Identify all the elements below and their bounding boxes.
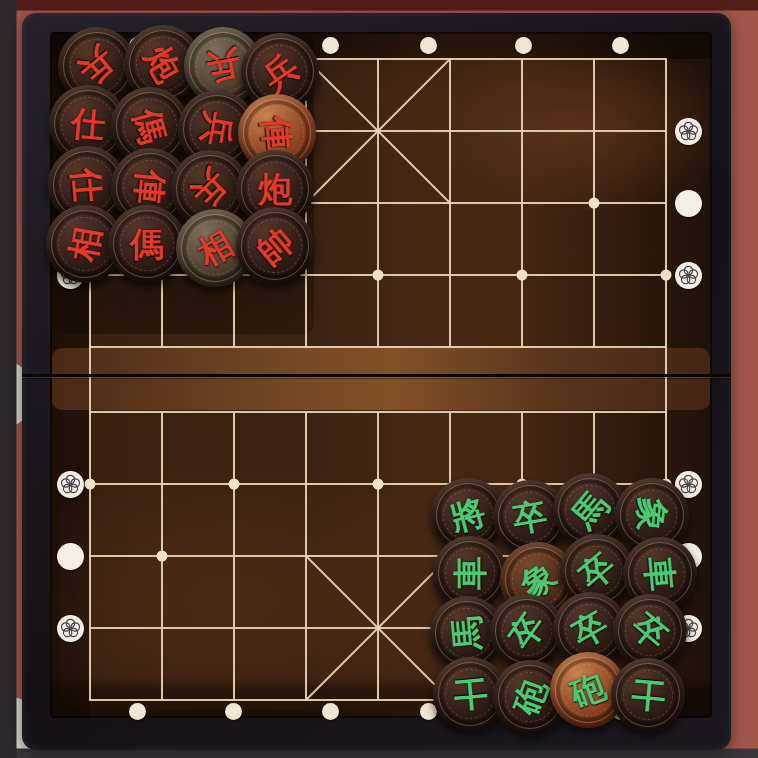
flower-medallion xyxy=(675,262,702,289)
piece-character: 傌 xyxy=(129,105,171,147)
piece-character: 帥 xyxy=(251,222,299,270)
piece-character: 卒 xyxy=(510,497,549,536)
piece-character: 象 xyxy=(634,497,671,534)
piece-character: 卒 xyxy=(573,547,621,595)
piece-character: 砲 xyxy=(566,668,610,712)
board-fold-seam xyxy=(22,374,731,379)
piece-character: 士 xyxy=(452,676,489,713)
piece-red-general[interactable]: 帥 xyxy=(236,207,314,285)
piece-character: 兵 xyxy=(73,42,121,90)
border-dot xyxy=(322,703,339,720)
flower-medallion xyxy=(57,471,84,498)
piece-character: 俥 xyxy=(132,169,169,206)
plain-medallion xyxy=(675,190,702,217)
piece-character: 車 xyxy=(453,556,487,590)
flower-medallion xyxy=(57,615,84,642)
piece-character: 仕 xyxy=(69,167,106,204)
board-photo: 兵炮兵兵仕傌兵俥仕俥兵炮相傌相帥將卒馬象車象卒車馬卒卒卒士砲砲士 xyxy=(0,0,758,758)
border-dot xyxy=(612,37,629,54)
piece-character: 士 xyxy=(630,677,667,714)
piece-character: 砲 xyxy=(508,675,552,719)
piece-character: 兵 xyxy=(197,109,236,148)
piece-character: 炮 xyxy=(140,41,186,87)
piece-character: 卒 xyxy=(503,607,550,654)
piece-character: 卒 xyxy=(626,607,674,655)
piece-character: 馬 xyxy=(449,615,486,652)
border-dot xyxy=(322,37,339,54)
piece-black-advisor-2[interactable]: 士 xyxy=(611,658,685,732)
border-dot xyxy=(515,37,532,54)
piece-character: 俥 xyxy=(259,115,296,152)
piece-black-soldier-5[interactable]: 卒 xyxy=(613,594,687,668)
flower-medallion xyxy=(675,118,702,145)
border-dot xyxy=(420,37,437,54)
piece-character: 傌 xyxy=(130,227,164,261)
border-dot xyxy=(129,703,146,720)
piece-character: 車 xyxy=(642,556,679,593)
piece-red-horse-2[interactable]: 傌 xyxy=(108,205,186,283)
piece-character: 兵 xyxy=(186,165,234,213)
piece-character: 仕 xyxy=(70,106,107,143)
piece-character: 卒 xyxy=(567,606,613,652)
piece-character: 將 xyxy=(447,494,489,536)
piece-character: 馬 xyxy=(566,486,614,534)
plain-medallion xyxy=(57,543,84,570)
piece-character: 相 xyxy=(192,225,238,271)
piece-character: 兵 xyxy=(203,46,242,85)
border-dot xyxy=(225,703,242,720)
piece-character: 兵 xyxy=(256,48,303,95)
piece-character: 相 xyxy=(65,224,104,263)
piece-character: 炮 xyxy=(258,172,292,206)
